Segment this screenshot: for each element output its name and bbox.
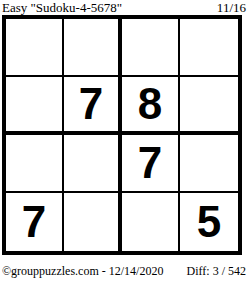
puzzle-title: Easy "Sudoku-4-5678" bbox=[2, 0, 122, 15]
copyright-text: ©grouppuzzles.com - 12/14/2020 bbox=[2, 264, 163, 279]
cell-r3c2 bbox=[64, 135, 122, 193]
cell-r4c2 bbox=[64, 193, 122, 251]
cell-r3c1 bbox=[6, 135, 64, 193]
cell-r2c2: 7 bbox=[64, 77, 122, 135]
cell-r3c4 bbox=[180, 135, 238, 193]
cell-r3c3: 7 bbox=[122, 135, 180, 193]
difficulty-text: Diff: 3 / 542 bbox=[187, 264, 246, 279]
cell-r2c3: 8 bbox=[122, 77, 180, 135]
cell-r2c4 bbox=[180, 77, 238, 135]
sudoku-board: 7 8 7 7 5 bbox=[2, 15, 242, 255]
cell-r1c2 bbox=[64, 19, 122, 77]
page-number: 11/16 bbox=[217, 0, 246, 15]
cell-r4c1: 7 bbox=[6, 193, 64, 251]
cell-r1c1 bbox=[6, 19, 64, 77]
cell-r4c4: 5 bbox=[180, 193, 238, 251]
cell-r2c1 bbox=[6, 77, 64, 135]
page-header: Easy "Sudoku-4-5678" 11/16 bbox=[2, 0, 246, 15]
page-footer: ©grouppuzzles.com - 12/14/2020 Diff: 3 /… bbox=[2, 264, 246, 279]
cell-r1c3 bbox=[122, 19, 180, 77]
cell-r4c3 bbox=[122, 193, 180, 251]
cell-r1c4 bbox=[180, 19, 238, 77]
